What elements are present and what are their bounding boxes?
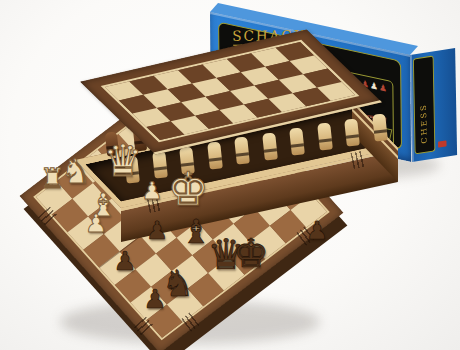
piece-black-pawn-h3: ♟ [306,218,328,243]
piece-white-pawn-f7: ♟ [141,179,163,203]
piece-white-king-g6: ♚ [167,166,208,212]
piece-black-pawn-b2: ♟ [143,286,166,312]
piece-white-knight-d8: ♞ [61,154,91,188]
piece-black-pawn-b4: ♟ [113,248,136,274]
piece-black-king-g3: ♚ [233,233,269,273]
pieces-layer: ♜♞♛♝♟♟♚♟♝♟♛♚♞♟♟ [0,0,460,350]
product-photo-scene: SCHACH ♟♟♟♟♟♟ ♟♟♟♟♟♟ ◆ CHESS [0,0,460,350]
piece-black-knight-c2: ♞ [162,266,194,302]
piece-black-pawn-d5: ♟ [146,218,168,243]
piece-white-pawn-b6: ♟ [85,211,107,236]
piece-white-queen-f8: ♛ [103,139,142,183]
